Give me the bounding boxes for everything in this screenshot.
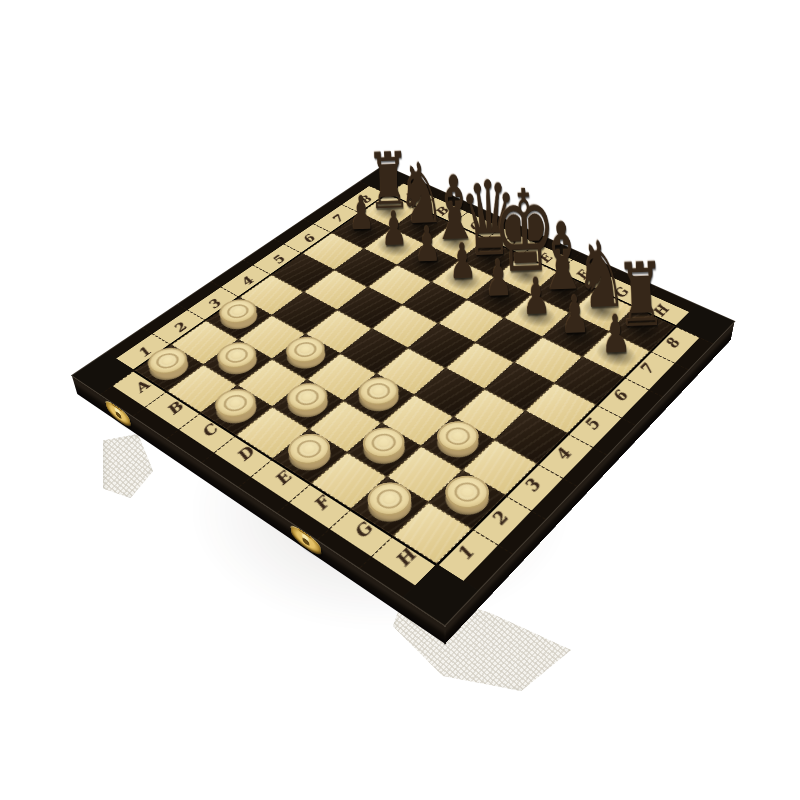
product-photo: 88AA77BB66CC55DD44EE33FF22GG11HH♜♞♝♛♚♝♞♜… [0,0,800,800]
coordinate-glyph: F [310,496,334,513]
coordinate-glyph: 5 [270,255,289,266]
coordinate-glyph: 2 [488,510,512,528]
coordinate-glyph: 6 [300,234,318,245]
pawn-glyph: ♟ [484,253,513,304]
pawn-glyph: ♟ [448,236,477,286]
coordinate-glyph: B [163,401,186,417]
chessboard: 88AA77BB66CC55DD44EE33FF22GG11HH♜♞♝♛♚♝♞♜… [72,165,734,625]
coordinate-glyph: 4 [552,447,575,463]
pawn-glyph: ♟ [521,270,551,322]
coordinate-glyph: G [350,521,376,541]
coordinate-glyph: E [271,470,295,487]
pawn-glyph: ♟ [413,220,441,269]
coordinate-glyph: A [131,380,153,395]
coordinate-glyph: 8 [662,337,683,350]
coordinate-glyph: 1 [453,544,478,563]
scene: 88AA77BB66CC55DD44EE33FF22GG11HH♜♞♝♛♚♝♞♜… [0,0,800,800]
pawn-glyph: ♟ [560,288,590,341]
pawn-glyph: ♟ [600,307,631,361]
pawn-glyph: ♟ [380,204,408,252]
coordinate-glyph: 2 [171,322,191,335]
coordinate-glyph: 7 [637,363,659,377]
coordinate-glyph: 4 [238,276,257,288]
coordinate-glyph: 6 [610,389,632,404]
coordinate-glyph: H [392,548,420,570]
brass-clasp-left [104,398,133,430]
coordinate-glyph: D [233,446,258,464]
coordinate-glyph: 3 [520,478,544,495]
coordinate-glyph: C [198,423,221,439]
coordinate-glyph: 5 [581,417,603,432]
